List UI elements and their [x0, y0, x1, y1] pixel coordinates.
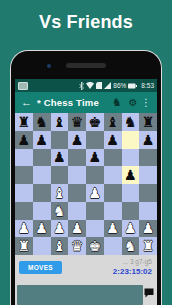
square-a7[interactable]: ♟ — [15, 131, 33, 149]
piece-black-knight: ♞ — [124, 115, 137, 129]
square-b7[interactable]: ♟ — [33, 131, 51, 149]
piece-white-pawn: ♟ — [124, 221, 137, 235]
square-a2[interactable]: ♟ — [15, 220, 33, 238]
piece-white-pawn: ♟ — [89, 186, 102, 200]
square-c6[interactable]: ♟ — [51, 149, 69, 167]
piece-black-bishop: ♝ — [53, 115, 66, 129]
overflow-menu-icon[interactable]: ⋮ — [141, 97, 151, 108]
piece-black-bishop: ♝ — [106, 115, 119, 129]
square-e2[interactable] — [86, 220, 104, 238]
piece-black-king: ♚ — [89, 115, 102, 129]
status-time: 8:53 — [141, 82, 154, 89]
square-g7[interactable] — [122, 131, 140, 149]
piece-white-knight: ♞ — [124, 239, 137, 253]
app-title: * Chess Time — [37, 97, 109, 108]
square-g2[interactable]: ♟ — [122, 220, 140, 238]
piece-black-pawn: ♟ — [106, 133, 119, 147]
info-strip: MOVES ... 3 g7-g5 2:23:15:02 — [15, 255, 157, 281]
square-d4[interactable] — [68, 184, 86, 202]
square-b2[interactable]: ♟ — [33, 220, 51, 238]
square-e1[interactable]: ♚ — [86, 237, 104, 255]
square-d6[interactable] — [68, 149, 86, 167]
square-h2[interactable]: ♟ — [139, 220, 157, 238]
chat-bubble-icon[interactable] — [144, 288, 154, 298]
piece-black-pawn: ♟ — [124, 168, 137, 182]
square-f7[interactable]: ♟ — [104, 131, 122, 149]
app-bar: ← * Chess Time ♞ ⚙ ⋮ — [15, 92, 157, 113]
square-c4[interactable]: ♝ — [51, 184, 69, 202]
piece-black-pawn: ♟ — [71, 133, 84, 147]
bottom-area — [15, 281, 157, 305]
square-g1[interactable]: ♞ — [122, 237, 140, 255]
square-f6[interactable] — [104, 149, 122, 167]
piece-white-queen: ♛ — [71, 239, 84, 253]
square-b1[interactable] — [33, 237, 51, 255]
square-f8[interactable]: ♝ — [104, 113, 122, 131]
square-g4[interactable] — [122, 184, 140, 202]
chess-board: ♜♞♝♛♚♝♞♜♟♟♟♟♟♟♟♟♝♟♞♟♟♟♟♟♟♟♜♝♛♚♞♜ — [15, 113, 157, 255]
square-b5[interactable] — [33, 166, 51, 184]
piece-white-king: ♚ — [89, 239, 102, 253]
game-clock: 2:23:15:02 — [113, 267, 152, 276]
square-a3[interactable] — [15, 202, 33, 220]
piece-black-pawn: ♟ — [35, 133, 48, 147]
page-title: Vs Friends — [0, 12, 172, 33]
piece-black-pawn: ♟ — [142, 133, 155, 147]
square-g3[interactable] — [122, 202, 140, 220]
piece-black-rook: ♜ — [142, 115, 155, 129]
sdcard-icon — [96, 82, 102, 89]
square-h1[interactable]: ♜ — [139, 237, 157, 255]
knight-icon[interactable]: ♞ — [109, 96, 125, 109]
square-e8[interactable]: ♚ — [86, 113, 104, 131]
square-d7[interactable]: ♟ — [68, 131, 86, 149]
square-h8[interactable]: ♜ — [139, 113, 157, 131]
battery-percent: 86% — [113, 82, 126, 89]
status-bar: 86% 8:53 — [15, 79, 157, 92]
square-d2[interactable]: ♟ — [68, 220, 86, 238]
phone-camera — [47, 64, 51, 68]
wifi-icon — [86, 82, 94, 89]
square-e6[interactable]: ♟ — [86, 149, 104, 167]
piece-white-knight: ♞ — [53, 204, 66, 218]
square-f1[interactable] — [104, 237, 122, 255]
square-c8[interactable]: ♝ — [51, 113, 69, 131]
square-f5[interactable] — [104, 166, 122, 184]
screenshot-stage: Vs Friends 86% — [0, 0, 172, 305]
square-h5[interactable] — [139, 166, 157, 184]
piece-white-pawn: ♟ — [18, 221, 31, 235]
square-f2[interactable]: ♟ — [104, 220, 122, 238]
piece-white-pawn: ♟ — [106, 221, 119, 235]
chat-input-bar[interactable] — [17, 285, 143, 305]
gear-icon[interactable]: ⚙ — [125, 97, 141, 108]
piece-white-pawn: ♟ — [71, 221, 84, 235]
square-c2[interactable]: ♟ — [51, 220, 69, 238]
square-d3[interactable] — [68, 202, 86, 220]
square-d1[interactable]: ♛ — [68, 237, 86, 255]
square-f4[interactable] — [104, 184, 122, 202]
square-c7[interactable] — [51, 131, 69, 149]
square-h4[interactable] — [139, 184, 157, 202]
piece-white-bishop: ♝ — [53, 239, 66, 253]
piece-black-queen: ♛ — [71, 115, 84, 129]
phone-speaker — [66, 63, 106, 68]
last-move-text: ... 3 g7-g5 — [123, 258, 152, 265]
square-a1[interactable]: ♜ — [15, 237, 33, 255]
square-a4[interactable] — [15, 184, 33, 202]
square-e3[interactable] — [86, 202, 104, 220]
moves-button[interactable]: MOVES — [19, 261, 62, 274]
square-b3[interactable] — [33, 202, 51, 220]
square-d8[interactable]: ♛ — [68, 113, 86, 131]
piece-white-rook: ♜ — [142, 239, 155, 253]
piece-white-rook: ♜ — [18, 239, 31, 253]
square-b8[interactable]: ♞ — [33, 113, 51, 131]
piece-white-pawn: ♟ — [53, 221, 66, 235]
square-c3[interactable]: ♞ — [51, 202, 69, 220]
square-h7[interactable]: ♟ — [139, 131, 157, 149]
piece-black-pawn: ♟ — [18, 133, 31, 147]
square-g8[interactable]: ♞ — [122, 113, 140, 131]
square-c1[interactable]: ♝ — [51, 237, 69, 255]
square-e5[interactable] — [86, 166, 104, 184]
square-a5[interactable] — [15, 166, 33, 184]
square-d5[interactable] — [68, 166, 86, 184]
square-g6[interactable] — [122, 149, 140, 167]
square-b4[interactable] — [33, 184, 51, 202]
piece-black-pawn: ♟ — [89, 150, 102, 164]
square-e7[interactable] — [86, 131, 104, 149]
piece-white-pawn: ♟ — [35, 221, 48, 235]
signal-icon — [104, 82, 111, 89]
square-g5[interactable]: ♟ — [122, 166, 140, 184]
battery-icon — [128, 83, 137, 89]
phone-frame: 86% 8:53 ← * Chess Time ♞ ⚙ ⋮ ♜♞♝♛♚♝♞♜♟♟… — [10, 50, 162, 305]
back-button[interactable]: ← — [21, 92, 37, 113]
square-h3[interactable] — [139, 202, 157, 220]
piece-black-knight: ♞ — [35, 115, 48, 129]
piece-white-pawn: ♟ — [142, 221, 155, 235]
square-f3[interactable] — [104, 202, 122, 220]
screenshot-icon — [18, 82, 28, 90]
square-e4[interactable]: ♟ — [86, 184, 104, 202]
piece-black-pawn: ♟ — [53, 150, 66, 164]
bluetooth-icon — [79, 82, 84, 90]
piece-white-bishop: ♝ — [53, 186, 66, 200]
piece-black-rook: ♜ — [18, 115, 31, 129]
square-c5[interactable] — [51, 166, 69, 184]
square-h6[interactable] — [139, 149, 157, 167]
square-b6[interactable] — [33, 149, 51, 167]
square-a6[interactable] — [15, 149, 33, 167]
square-a8[interactable]: ♜ — [15, 113, 33, 131]
phone-screen: 86% 8:53 ← * Chess Time ♞ ⚙ ⋮ ♜♞♝♛♚♝♞♜♟♟… — [15, 79, 157, 305]
